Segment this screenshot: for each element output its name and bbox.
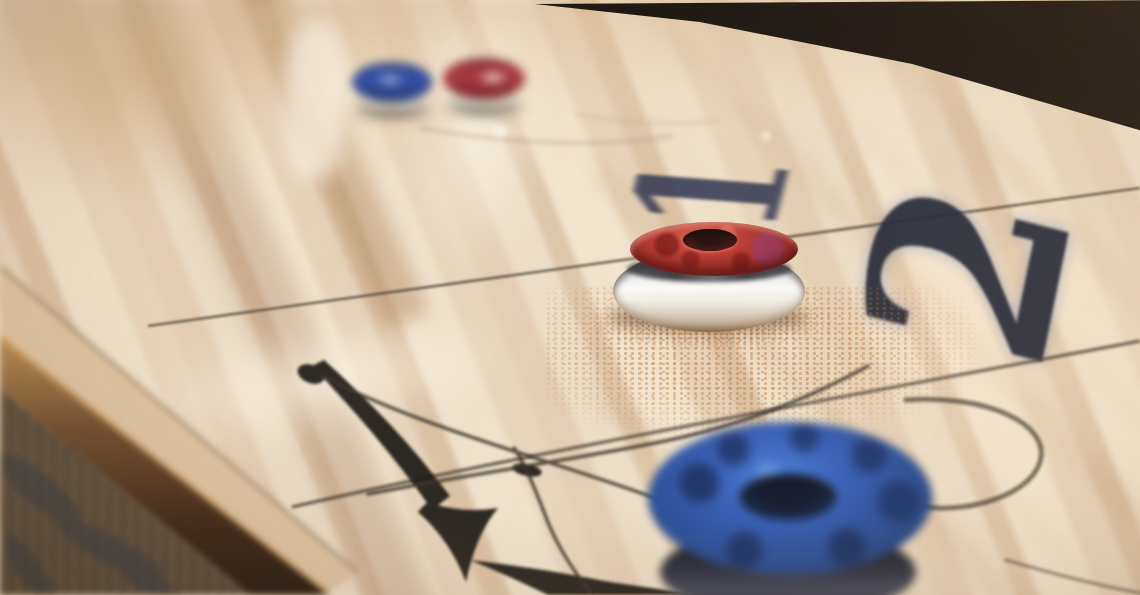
photo-vignette <box>0 0 1140 595</box>
shuffleboard-photo: 1 2 <box>0 0 1140 595</box>
